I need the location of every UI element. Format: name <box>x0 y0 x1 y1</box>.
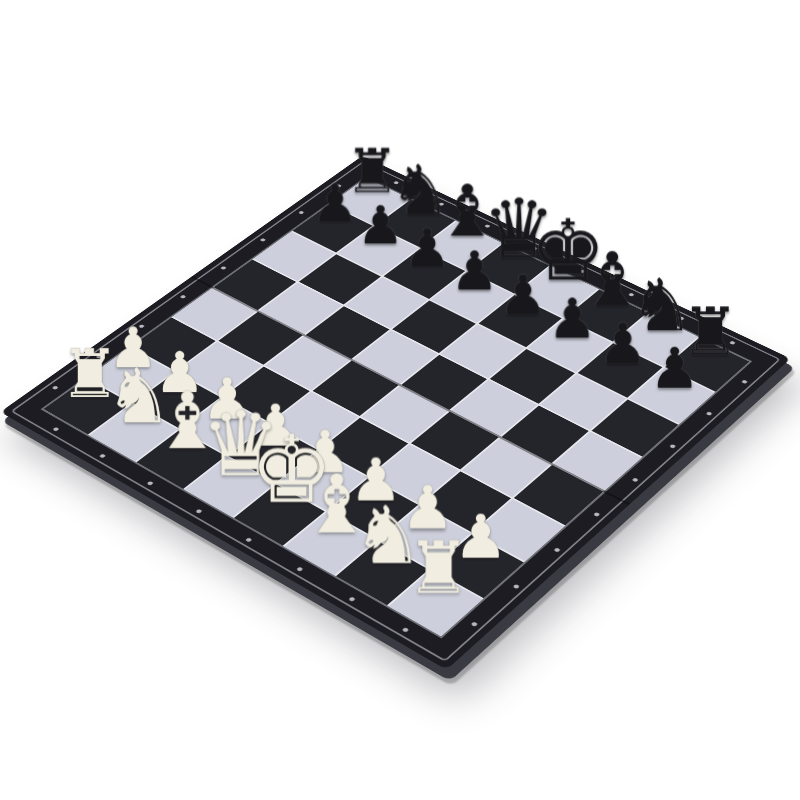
frame-rivet <box>631 478 638 483</box>
black-knight-piece: ♞ <box>389 155 446 224</box>
frame-rivet <box>195 509 202 514</box>
frame-rivet <box>579 269 586 273</box>
frame-rivet <box>628 292 635 296</box>
frame-rivet <box>296 566 304 571</box>
frame-rivet <box>438 202 444 206</box>
frame-rivet <box>705 412 712 417</box>
frame-rivet <box>51 386 58 391</box>
frame-rivet <box>669 444 676 449</box>
square-e6[interactable] <box>441 325 525 379</box>
frame-rivet <box>470 622 478 627</box>
frame-rivet <box>678 316 685 320</box>
frame-rivet <box>179 295 186 299</box>
frame-rivet <box>146 481 153 486</box>
frame-rivet <box>401 627 409 633</box>
frame-rivet <box>553 548 560 553</box>
frame-rivet <box>393 181 399 185</box>
frame-rivet <box>52 427 59 432</box>
frame-rivet <box>335 184 341 188</box>
black-knight-piece: ♞ <box>629 268 689 341</box>
frame-rivet <box>484 224 491 228</box>
black-bishop-piece: ♝ <box>579 243 638 317</box>
frame-rivet <box>95 355 102 359</box>
square-a8[interactable]: ♜ <box>330 178 409 225</box>
frame-rivet <box>259 238 266 242</box>
frame-rivet <box>245 537 253 542</box>
frame-rivet <box>729 340 736 344</box>
frame-rivet <box>512 584 520 589</box>
black-queen-piece: ♛ <box>482 188 540 270</box>
black-king-piece: ♚ <box>530 208 589 293</box>
frame-rivet <box>220 266 227 270</box>
board-surface: ♜♟♟♜♞♟♟♞♝♟♟♝♛♟♟♛♚♟♟♚♝♟♟♝♞♟♟♞♜♟♟♜ <box>43 178 749 636</box>
frame-rivet <box>593 512 600 517</box>
frame-rivet <box>741 380 748 385</box>
board-frame: ♜♟♟♜♞♟♟♞♝♟♟♝♛♟♟♛♚♟♟♚♝♟♟♝♞♟♟♞♜♟♟♜ <box>0 156 791 670</box>
frame-rivet <box>298 211 305 215</box>
chess-board: ♜♟♟♜♞♟♟♞♝♟♟♝♛♟♟♛♚♟♟♚♝♟♟♝♞♟♟♞♜♟♟♜ <box>0 156 791 670</box>
black-rook-piece: ♜ <box>344 142 400 203</box>
square-f1[interactable]: ♝ <box>284 512 376 575</box>
frame-rivet <box>531 246 538 250</box>
black-bishop-piece: ♝ <box>435 175 492 247</box>
frame-rivet <box>138 324 145 328</box>
frame-rivet <box>348 596 356 601</box>
product-photo-background: ♜♟♟♜♞♟♟♞♝♟♟♝♛♟♟♛♚♟♟♚♝♟♟♝♞♟♟♞♜♟♟♜ <box>0 0 800 800</box>
frame-rivet <box>98 453 105 458</box>
